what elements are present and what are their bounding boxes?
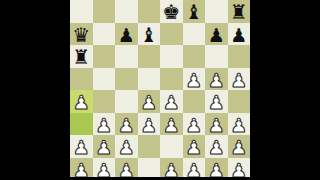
white-pawn-piece: ♟ (208, 91, 225, 114)
white-pawn-piece: ♟ (118, 113, 135, 136)
square-b8[interactable] (93, 0, 116, 23)
white-pawn-piece: ♟ (95, 136, 112, 159)
square-c5[interactable] (115, 68, 138, 91)
square-h5[interactable]: ♟ (228, 68, 251, 91)
white-pawn-piece: ♟ (95, 113, 112, 136)
black-pawn-piece: ♟ (208, 23, 225, 46)
black-pawn-piece: ♟ (230, 23, 247, 46)
white-pawn-piece: ♟ (208, 136, 225, 159)
square-h8[interactable]: ♜ (228, 0, 251, 23)
black-bishop-piece: ♝ (185, 1, 203, 24)
square-c6[interactable] (115, 45, 138, 68)
square-f3[interactable]: ♟ (183, 113, 206, 136)
square-g7[interactable]: ♟ (205, 23, 228, 46)
square-c8[interactable] (115, 0, 138, 23)
white-pawn-piece: ♟ (208, 113, 225, 136)
square-e5[interactable] (160, 68, 183, 91)
white-pawn-piece: ♟ (185, 136, 202, 159)
white-pawn-piece: ♟ (73, 136, 90, 159)
black-bishop-piece: ♝ (140, 23, 158, 46)
square-b3[interactable]: ♟ (93, 113, 116, 136)
white-pawn-piece: ♟ (118, 136, 135, 159)
white-pawn-piece: ♟ (230, 113, 247, 136)
square-a3[interactable] (70, 113, 93, 136)
video-frame: ♚♝♜♛♟♝♟♟♜♟♟♟♟♟♟♟♟♟♟♟♟♟♟♟♟♟♟♟♟♟♟♟♟♟♟♟ (0, 0, 320, 180)
square-d2[interactable] (138, 135, 161, 158)
square-a5[interactable] (70, 68, 93, 91)
square-b4[interactable] (93, 90, 116, 113)
square-b7[interactable] (93, 23, 116, 46)
white-pawn-piece: ♟ (73, 91, 90, 114)
square-h4[interactable] (228, 90, 251, 113)
black-rook-piece: ♜ (230, 1, 248, 24)
square-h6[interactable] (228, 45, 251, 68)
square-e8[interactable]: ♚ (160, 0, 183, 23)
square-b5[interactable] (93, 68, 116, 91)
square-e3[interactable]: ♟ (160, 113, 183, 136)
square-a6[interactable]: ♜ (70, 45, 93, 68)
square-h3[interactable]: ♟ (228, 113, 251, 136)
black-queen-piece: ♛ (72, 23, 90, 46)
square-b2[interactable]: ♟ (93, 135, 116, 158)
square-g4[interactable]: ♟ (205, 90, 228, 113)
square-a2[interactable]: ♟ (70, 135, 93, 158)
square-f2[interactable]: ♟ (183, 135, 206, 158)
square-c3[interactable]: ♟ (115, 113, 138, 136)
square-g5[interactable]: ♟ (205, 68, 228, 91)
square-d3[interactable]: ♟ (138, 113, 161, 136)
square-f5[interactable]: ♟ (183, 68, 206, 91)
white-pawn-piece: ♟ (185, 68, 202, 91)
square-g6[interactable] (205, 45, 228, 68)
white-pawn-piece: ♟ (230, 68, 247, 91)
square-d8[interactable] (138, 0, 161, 23)
square-h2[interactable]: ♟ (228, 135, 251, 158)
white-pawn-piece: ♟ (140, 113, 157, 136)
chess-board[interactable]: ♚♝♜♛♟♝♟♟♜♟♟♟♟♟♟♟♟♟♟♟♟♟♟♟♟♟♟♟♟♟♟♟♟♟♟♟ (70, 0, 250, 180)
square-e4[interactable]: ♟ (160, 90, 183, 113)
white-pawn-piece: ♟ (163, 113, 180, 136)
square-d7[interactable]: ♝ (138, 23, 161, 46)
square-c4[interactable] (115, 90, 138, 113)
white-pawn-piece: ♟ (140, 91, 157, 114)
square-f4[interactable] (183, 90, 206, 113)
black-rook-piece: ♜ (72, 46, 90, 69)
square-e2[interactable] (160, 135, 183, 158)
square-d6[interactable] (138, 45, 161, 68)
square-c7[interactable]: ♟ (115, 23, 138, 46)
square-e7[interactable] (160, 23, 183, 46)
square-a8[interactable] (70, 0, 93, 23)
black-king-piece: ♚ (162, 1, 180, 24)
black-pawn-piece: ♟ (118, 23, 135, 46)
letterbox-left (0, 0, 70, 180)
white-pawn-piece: ♟ (185, 113, 202, 136)
square-d4[interactable]: ♟ (138, 90, 161, 113)
square-b6[interactable] (93, 45, 116, 68)
square-a4[interactable]: ♟ (70, 90, 93, 113)
square-a7[interactable]: ♛ (70, 23, 93, 46)
square-g8[interactable] (205, 0, 228, 23)
square-e6[interactable] (160, 45, 183, 68)
letterbox-right (250, 0, 320, 180)
square-c2[interactable]: ♟ (115, 135, 138, 158)
square-g2[interactable]: ♟ (205, 135, 228, 158)
square-f8[interactable]: ♝ (183, 0, 206, 23)
square-f7[interactable] (183, 23, 206, 46)
letterbox-bottom (0, 177, 320, 180)
square-g3[interactable]: ♟ (205, 113, 228, 136)
square-f6[interactable] (183, 45, 206, 68)
white-pawn-piece: ♟ (230, 136, 247, 159)
square-h7[interactable]: ♟ (228, 23, 251, 46)
white-pawn-piece: ♟ (208, 68, 225, 91)
square-d5[interactable] (138, 68, 161, 91)
white-pawn-piece: ♟ (163, 91, 180, 114)
